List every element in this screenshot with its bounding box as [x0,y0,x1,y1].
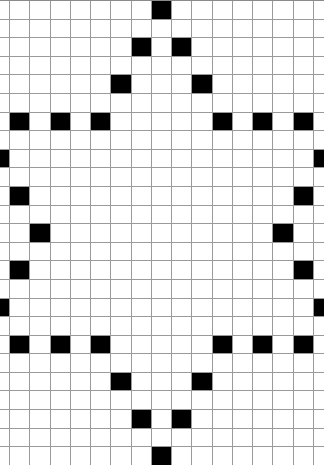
empty-cell[interactable] [273,354,293,373]
filled-cell[interactable] [91,113,111,132]
empty-cell[interactable] [273,57,293,76]
empty-cell[interactable] [253,317,273,336]
empty-cell[interactable] [0,38,10,57]
empty-cell[interactable] [213,1,233,20]
filled-cell[interactable] [91,336,111,355]
empty-cell[interactable] [30,354,50,373]
empty-cell[interactable] [152,150,172,169]
empty-cell[interactable] [233,1,253,20]
empty-cell[interactable] [273,336,293,355]
empty-cell[interactable] [132,299,152,318]
empty-cell[interactable] [233,410,253,429]
empty-cell[interactable] [111,410,131,429]
empty-cell[interactable] [71,391,91,410]
empty-cell[interactable] [273,20,293,39]
empty-cell[interactable] [111,187,131,206]
filled-cell[interactable] [294,261,314,280]
filled-cell[interactable] [0,299,10,318]
empty-cell[interactable] [132,429,152,448]
empty-cell[interactable] [273,94,293,113]
empty-cell[interactable] [213,187,233,206]
empty-cell[interactable] [111,447,131,465]
empty-cell[interactable] [253,429,273,448]
empty-cell[interactable] [152,113,172,132]
empty-cell[interactable] [51,168,71,187]
empty-cell[interactable] [152,354,172,373]
empty-cell[interactable] [51,150,71,169]
empty-cell[interactable] [213,299,233,318]
empty-cell[interactable] [314,391,324,410]
empty-cell[interactable] [111,299,131,318]
empty-cell[interactable] [30,299,50,318]
empty-cell[interactable] [213,243,233,262]
filled-cell[interactable] [294,336,314,355]
empty-cell[interactable] [0,187,10,206]
empty-cell[interactable] [132,187,152,206]
empty-cell[interactable] [233,57,253,76]
empty-cell[interactable] [314,261,324,280]
empty-cell[interactable] [192,317,212,336]
empty-cell[interactable] [314,94,324,113]
empty-cell[interactable] [152,38,172,57]
empty-cell[interactable] [233,20,253,39]
empty-cell[interactable] [91,38,111,57]
empty-cell[interactable] [294,299,314,318]
empty-cell[interactable] [71,280,91,299]
empty-cell[interactable] [314,317,324,336]
empty-cell[interactable] [233,168,253,187]
empty-cell[interactable] [132,131,152,150]
empty-cell[interactable] [253,57,273,76]
empty-cell[interactable] [273,1,293,20]
empty-cell[interactable] [91,57,111,76]
empty-cell[interactable] [213,38,233,57]
empty-cell[interactable] [192,391,212,410]
empty-cell[interactable] [30,75,50,94]
empty-cell[interactable] [10,131,30,150]
filled-cell[interactable] [314,299,324,318]
empty-cell[interactable] [273,113,293,132]
empty-cell[interactable] [51,354,71,373]
empty-cell[interactable] [0,391,10,410]
empty-cell[interactable] [91,1,111,20]
empty-cell[interactable] [152,94,172,113]
empty-cell[interactable] [132,336,152,355]
empty-cell[interactable] [152,391,172,410]
empty-cell[interactable] [152,280,172,299]
empty-cell[interactable] [132,20,152,39]
empty-cell[interactable] [30,38,50,57]
empty-cell[interactable] [253,299,273,318]
empty-cell[interactable] [0,447,10,465]
empty-cell[interactable] [111,336,131,355]
empty-cell[interactable] [132,261,152,280]
empty-cell[interactable] [253,410,273,429]
empty-cell[interactable] [314,429,324,448]
empty-cell[interactable] [152,20,172,39]
empty-cell[interactable] [152,187,172,206]
empty-cell[interactable] [111,317,131,336]
empty-cell[interactable] [71,131,91,150]
filled-cell[interactable] [172,38,192,57]
empty-cell[interactable] [192,206,212,225]
empty-cell[interactable] [192,150,212,169]
empty-cell[interactable] [273,38,293,57]
empty-cell[interactable] [10,94,30,113]
empty-cell[interactable] [51,206,71,225]
empty-cell[interactable] [10,57,30,76]
empty-cell[interactable] [253,38,273,57]
empty-cell[interactable] [253,94,273,113]
empty-cell[interactable] [71,447,91,465]
empty-cell[interactable] [111,391,131,410]
empty-cell[interactable] [233,150,253,169]
empty-cell[interactable] [152,410,172,429]
empty-cell[interactable] [51,429,71,448]
empty-cell[interactable] [213,20,233,39]
empty-cell[interactable] [132,317,152,336]
empty-cell[interactable] [30,94,50,113]
empty-cell[interactable] [111,261,131,280]
empty-cell[interactable] [314,447,324,465]
empty-cell[interactable] [30,243,50,262]
empty-cell[interactable] [192,38,212,57]
empty-cell[interactable] [233,243,253,262]
empty-cell[interactable] [273,150,293,169]
empty-cell[interactable] [273,187,293,206]
empty-cell[interactable] [30,280,50,299]
empty-cell[interactable] [10,150,30,169]
empty-cell[interactable] [253,261,273,280]
empty-cell[interactable] [233,429,253,448]
empty-cell[interactable] [51,1,71,20]
empty-cell[interactable] [314,410,324,429]
empty-cell[interactable] [91,131,111,150]
empty-cell[interactable] [51,317,71,336]
empty-cell[interactable] [51,94,71,113]
empty-cell[interactable] [30,113,50,132]
empty-cell[interactable] [91,373,111,392]
empty-cell[interactable] [233,336,253,355]
empty-cell[interactable] [213,75,233,94]
filled-cell[interactable] [273,224,293,243]
empty-cell[interactable] [253,280,273,299]
empty-cell[interactable] [10,280,30,299]
empty-cell[interactable] [10,224,30,243]
empty-cell[interactable] [294,280,314,299]
empty-cell[interactable] [111,38,131,57]
empty-cell[interactable] [294,429,314,448]
filled-cell[interactable] [132,38,152,57]
empty-cell[interactable] [192,280,212,299]
empty-cell[interactable] [71,336,91,355]
empty-cell[interactable] [253,391,273,410]
empty-cell[interactable] [0,429,10,448]
empty-cell[interactable] [314,57,324,76]
empty-cell[interactable] [233,391,253,410]
empty-cell[interactable] [172,131,192,150]
empty-cell[interactable] [253,373,273,392]
empty-cell[interactable] [233,447,253,465]
empty-cell[interactable] [314,1,324,20]
empty-cell[interactable] [30,131,50,150]
empty-cell[interactable] [314,206,324,225]
empty-cell[interactable] [213,429,233,448]
empty-cell[interactable] [172,429,192,448]
empty-cell[interactable] [253,1,273,20]
empty-cell[interactable] [30,429,50,448]
empty-cell[interactable] [30,391,50,410]
empty-cell[interactable] [273,261,293,280]
empty-cell[interactable] [213,391,233,410]
empty-cell[interactable] [0,261,10,280]
empty-cell[interactable] [273,243,293,262]
empty-cell[interactable] [233,354,253,373]
empty-cell[interactable] [294,57,314,76]
empty-cell[interactable] [0,354,10,373]
empty-cell[interactable] [233,224,253,243]
empty-cell[interactable] [213,280,233,299]
filled-cell[interactable] [192,373,212,392]
filled-cell[interactable] [10,336,30,355]
empty-cell[interactable] [0,336,10,355]
empty-cell[interactable] [10,429,30,448]
empty-cell[interactable] [233,373,253,392]
empty-cell[interactable] [192,57,212,76]
empty-cell[interactable] [132,113,152,132]
empty-cell[interactable] [0,113,10,132]
empty-cell[interactable] [71,410,91,429]
empty-cell[interactable] [273,391,293,410]
empty-cell[interactable] [111,113,131,132]
empty-cell[interactable] [132,57,152,76]
empty-cell[interactable] [314,113,324,132]
empty-cell[interactable] [233,113,253,132]
empty-cell[interactable] [172,224,192,243]
empty-cell[interactable] [0,168,10,187]
empty-cell[interactable] [51,280,71,299]
empty-cell[interactable] [314,243,324,262]
empty-cell[interactable] [0,1,10,20]
empty-cell[interactable] [253,447,273,465]
empty-cell[interactable] [10,168,30,187]
empty-cell[interactable] [233,187,253,206]
empty-cell[interactable] [51,224,71,243]
empty-cell[interactable] [314,38,324,57]
empty-cell[interactable] [233,317,253,336]
empty-cell[interactable] [172,391,192,410]
empty-cell[interactable] [294,131,314,150]
empty-cell[interactable] [294,243,314,262]
empty-cell[interactable] [233,131,253,150]
empty-cell[interactable] [132,168,152,187]
empty-cell[interactable] [152,57,172,76]
empty-cell[interactable] [172,373,192,392]
empty-cell[interactable] [294,410,314,429]
empty-cell[interactable] [314,280,324,299]
empty-cell[interactable] [192,336,212,355]
empty-cell[interactable] [71,373,91,392]
empty-cell[interactable] [253,131,273,150]
empty-cell[interactable] [111,131,131,150]
empty-cell[interactable] [213,317,233,336]
empty-cell[interactable] [111,1,131,20]
empty-cell[interactable] [51,373,71,392]
empty-cell[interactable] [71,299,91,318]
empty-cell[interactable] [152,299,172,318]
empty-cell[interactable] [111,94,131,113]
empty-cell[interactable] [132,447,152,465]
empty-cell[interactable] [91,150,111,169]
empty-cell[interactable] [192,429,212,448]
empty-cell[interactable] [192,224,212,243]
empty-cell[interactable] [253,243,273,262]
empty-cell[interactable] [132,391,152,410]
filled-cell[interactable] [294,187,314,206]
filled-cell[interactable] [132,410,152,429]
filled-cell[interactable] [10,113,30,132]
empty-cell[interactable] [152,261,172,280]
empty-cell[interactable] [30,317,50,336]
empty-cell[interactable] [30,261,50,280]
empty-cell[interactable] [0,75,10,94]
empty-cell[interactable] [30,168,50,187]
empty-cell[interactable] [172,317,192,336]
empty-cell[interactable] [91,391,111,410]
empty-cell[interactable] [91,261,111,280]
empty-cell[interactable] [132,373,152,392]
empty-cell[interactable] [192,187,212,206]
empty-cell[interactable] [0,94,10,113]
empty-cell[interactable] [71,317,91,336]
empty-cell[interactable] [111,280,131,299]
empty-cell[interactable] [152,243,172,262]
empty-cell[interactable] [91,187,111,206]
empty-cell[interactable] [273,317,293,336]
filled-cell[interactable] [172,410,192,429]
empty-cell[interactable] [10,1,30,20]
empty-cell[interactable] [253,168,273,187]
empty-cell[interactable] [314,20,324,39]
empty-cell[interactable] [10,373,30,392]
empty-cell[interactable] [91,280,111,299]
empty-cell[interactable] [233,75,253,94]
empty-cell[interactable] [71,75,91,94]
empty-cell[interactable] [91,168,111,187]
empty-cell[interactable] [273,299,293,318]
empty-cell[interactable] [273,168,293,187]
empty-cell[interactable] [10,20,30,39]
empty-cell[interactable] [314,373,324,392]
empty-cell[interactable] [71,113,91,132]
empty-cell[interactable] [294,168,314,187]
empty-cell[interactable] [172,206,192,225]
empty-cell[interactable] [152,317,172,336]
empty-cell[interactable] [233,38,253,57]
empty-cell[interactable] [71,38,91,57]
empty-cell[interactable] [71,57,91,76]
empty-cell[interactable] [51,57,71,76]
empty-cell[interactable] [51,38,71,57]
empty-cell[interactable] [91,206,111,225]
empty-cell[interactable] [294,1,314,20]
empty-cell[interactable] [213,131,233,150]
empty-cell[interactable] [294,20,314,39]
filled-cell[interactable] [0,150,10,169]
empty-cell[interactable] [294,94,314,113]
filled-cell[interactable] [111,75,131,94]
empty-cell[interactable] [71,206,91,225]
empty-cell[interactable] [172,75,192,94]
empty-cell[interactable] [172,243,192,262]
empty-cell[interactable] [111,20,131,39]
empty-cell[interactable] [10,317,30,336]
empty-cell[interactable] [91,224,111,243]
empty-cell[interactable] [213,168,233,187]
empty-cell[interactable] [294,38,314,57]
empty-cell[interactable] [152,429,172,448]
empty-cell[interactable] [91,243,111,262]
empty-cell[interactable] [0,131,10,150]
empty-cell[interactable] [152,373,172,392]
empty-cell[interactable] [0,224,10,243]
empty-cell[interactable] [273,280,293,299]
empty-cell[interactable] [192,168,212,187]
empty-cell[interactable] [71,187,91,206]
empty-cell[interactable] [0,206,10,225]
empty-cell[interactable] [213,261,233,280]
empty-cell[interactable] [213,57,233,76]
empty-cell[interactable] [253,20,273,39]
empty-cell[interactable] [71,354,91,373]
empty-cell[interactable] [10,391,30,410]
empty-cell[interactable] [172,168,192,187]
empty-cell[interactable] [294,224,314,243]
empty-cell[interactable] [273,131,293,150]
empty-cell[interactable] [91,20,111,39]
empty-cell[interactable] [30,373,50,392]
empty-cell[interactable] [253,224,273,243]
empty-cell[interactable] [10,38,30,57]
empty-cell[interactable] [273,429,293,448]
empty-cell[interactable] [172,150,192,169]
empty-cell[interactable] [51,391,71,410]
empty-cell[interactable] [192,131,212,150]
empty-cell[interactable] [192,1,212,20]
empty-cell[interactable] [71,20,91,39]
empty-cell[interactable] [213,150,233,169]
empty-cell[interactable] [233,299,253,318]
filled-cell[interactable] [10,187,30,206]
empty-cell[interactable] [111,168,131,187]
filled-cell[interactable] [253,113,273,132]
empty-cell[interactable] [132,206,152,225]
empty-cell[interactable] [30,20,50,39]
empty-cell[interactable] [132,94,152,113]
empty-cell[interactable] [51,410,71,429]
filled-cell[interactable] [10,261,30,280]
empty-cell[interactable] [152,224,172,243]
empty-cell[interactable] [111,224,131,243]
empty-cell[interactable] [192,410,212,429]
filled-cell[interactable] [314,150,324,169]
empty-cell[interactable] [172,20,192,39]
empty-cell[interactable] [10,447,30,465]
empty-cell[interactable] [111,150,131,169]
empty-cell[interactable] [0,317,10,336]
empty-cell[interactable] [111,57,131,76]
filled-cell[interactable] [192,75,212,94]
